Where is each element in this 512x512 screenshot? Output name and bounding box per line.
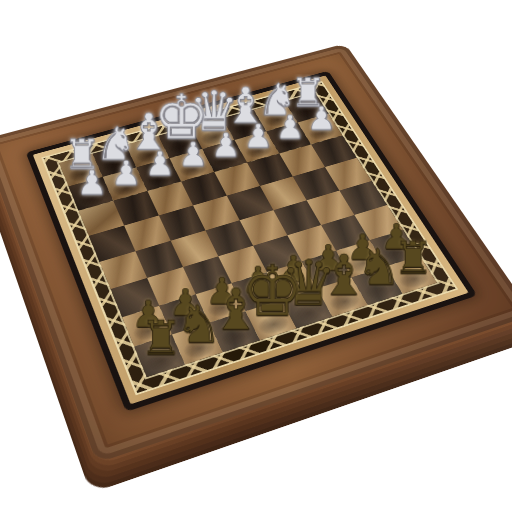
piece-glyph-char: ♞ bbox=[257, 77, 296, 121]
piece-glyph-char: ♞ bbox=[95, 120, 136, 166]
piece-glyph: ♟ bbox=[52, 165, 132, 199]
piece-glyph: ♜ bbox=[116, 315, 205, 362]
piece-glyph-char: ♜ bbox=[140, 311, 182, 366]
square-f4[interactable] bbox=[159, 205, 206, 240]
scene: ♜♞♝♚♛♝♞♜♟♟♟♟♟♟♟♟♟♟♟♟♟♟♟♟♜♞♝♚♛♝♞♜ bbox=[0, 0, 512, 512]
